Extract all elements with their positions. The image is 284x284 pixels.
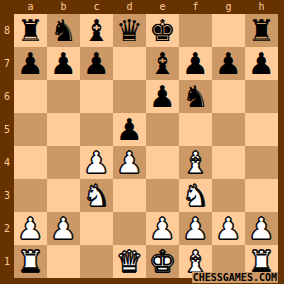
square-h3[interactable] bbox=[245, 179, 278, 212]
square-c1[interactable] bbox=[80, 245, 113, 278]
piece-white-pawn: ♟ bbox=[149, 212, 176, 245]
square-e2[interactable]: ♟ bbox=[146, 212, 179, 245]
piece-black-knight: ♞ bbox=[50, 14, 77, 47]
file-label-d: d bbox=[113, 0, 146, 14]
file-label-h: h bbox=[245, 0, 278, 14]
rank-label-2: 2 bbox=[0, 212, 14, 245]
piece-white-pawn: ♟ bbox=[116, 146, 143, 179]
file-label-c: c bbox=[80, 0, 113, 14]
piece-black-pawn: ♟ bbox=[116, 113, 143, 146]
square-c6[interactable] bbox=[80, 80, 113, 113]
square-c2[interactable] bbox=[80, 212, 113, 245]
piece-black-pawn: ♟ bbox=[248, 47, 275, 80]
square-b5[interactable] bbox=[47, 113, 80, 146]
file-label-a: a bbox=[14, 0, 47, 14]
square-a6[interactable] bbox=[14, 80, 47, 113]
piece-black-pawn: ♟ bbox=[17, 47, 44, 80]
file-label-b: b bbox=[47, 0, 80, 14]
piece-black-pawn: ♟ bbox=[182, 47, 209, 80]
square-e8[interactable]: ♚ bbox=[146, 14, 179, 47]
piece-white-knight: ♞ bbox=[182, 179, 209, 212]
piece-white-pawn: ♟ bbox=[17, 212, 44, 245]
piece-black-rook: ♜ bbox=[17, 14, 44, 47]
square-g5[interactable] bbox=[212, 113, 245, 146]
piece-black-bishop: ♝ bbox=[149, 47, 176, 80]
piece-white-pawn: ♟ bbox=[248, 212, 275, 245]
piece-white-bishop: ♝ bbox=[182, 146, 209, 179]
square-b3[interactable] bbox=[47, 179, 80, 212]
piece-black-knight: ♞ bbox=[182, 80, 209, 113]
chessgames-watermark: CHESSGAMES.COM bbox=[192, 272, 278, 283]
square-h5[interactable] bbox=[245, 113, 278, 146]
square-d1[interactable]: ♛ bbox=[113, 245, 146, 278]
piece-white-pawn: ♟ bbox=[182, 212, 209, 245]
square-e5[interactable] bbox=[146, 113, 179, 146]
square-g6[interactable] bbox=[212, 80, 245, 113]
file-label-f: f bbox=[179, 0, 212, 14]
chess-board: ♜♞♝♛♚♜♟♟♟♝♟♟♟♟♞♟♟♟♝♞♞♟♟♟♟♟♟♜♛♚♝♜ bbox=[14, 14, 278, 278]
square-f8[interactable] bbox=[179, 14, 212, 47]
square-c7[interactable]: ♟ bbox=[80, 47, 113, 80]
piece-white-pawn: ♟ bbox=[50, 212, 77, 245]
square-f6[interactable]: ♞ bbox=[179, 80, 212, 113]
square-a2[interactable]: ♟ bbox=[14, 212, 47, 245]
square-f4[interactable]: ♝ bbox=[179, 146, 212, 179]
square-h8[interactable]: ♜ bbox=[245, 14, 278, 47]
square-b7[interactable]: ♟ bbox=[47, 47, 80, 80]
piece-black-bishop: ♝ bbox=[83, 14, 110, 47]
rank-label-4: 4 bbox=[0, 146, 14, 179]
rank-label-5: 5 bbox=[0, 113, 14, 146]
rank-label-7: 7 bbox=[0, 47, 14, 80]
square-a8[interactable]: ♜ bbox=[14, 14, 47, 47]
square-b6[interactable] bbox=[47, 80, 80, 113]
piece-white-queen: ♛ bbox=[116, 245, 143, 278]
square-b4[interactable] bbox=[47, 146, 80, 179]
square-c4[interactable]: ♟ bbox=[80, 146, 113, 179]
square-d6[interactable] bbox=[113, 80, 146, 113]
square-d3[interactable] bbox=[113, 179, 146, 212]
piece-black-pawn: ♟ bbox=[50, 47, 77, 80]
square-d7[interactable] bbox=[113, 47, 146, 80]
piece-white-knight: ♞ bbox=[83, 179, 110, 212]
file-label-e: e bbox=[146, 0, 179, 14]
rank-label-3: 3 bbox=[0, 179, 14, 212]
square-c5[interactable] bbox=[80, 113, 113, 146]
square-e1[interactable]: ♚ bbox=[146, 245, 179, 278]
square-a1[interactable]: ♜ bbox=[14, 245, 47, 278]
piece-black-rook: ♜ bbox=[248, 14, 275, 47]
piece-black-king: ♚ bbox=[149, 14, 176, 47]
rank-label-1: 1 bbox=[0, 245, 14, 278]
square-a4[interactable] bbox=[14, 146, 47, 179]
piece-white-pawn: ♟ bbox=[83, 146, 110, 179]
square-d5[interactable]: ♟ bbox=[113, 113, 146, 146]
square-f3[interactable]: ♞ bbox=[179, 179, 212, 212]
square-g7[interactable]: ♟ bbox=[212, 47, 245, 80]
square-b2[interactable]: ♟ bbox=[47, 212, 80, 245]
square-h4[interactable] bbox=[245, 146, 278, 179]
square-g4[interactable] bbox=[212, 146, 245, 179]
square-a7[interactable]: ♟ bbox=[14, 47, 47, 80]
square-d8[interactable]: ♛ bbox=[113, 14, 146, 47]
piece-black-pawn: ♟ bbox=[149, 80, 176, 113]
piece-black-queen: ♛ bbox=[116, 14, 143, 47]
square-e7[interactable]: ♝ bbox=[146, 47, 179, 80]
square-h7[interactable]: ♟ bbox=[245, 47, 278, 80]
piece-white-pawn: ♟ bbox=[215, 212, 242, 245]
rank-label-8: 8 bbox=[0, 14, 14, 47]
square-d4[interactable]: ♟ bbox=[113, 146, 146, 179]
square-a3[interactable] bbox=[14, 179, 47, 212]
piece-black-pawn: ♟ bbox=[83, 47, 110, 80]
square-g3[interactable] bbox=[212, 179, 245, 212]
square-f5[interactable] bbox=[179, 113, 212, 146]
file-label-g: g bbox=[212, 0, 245, 14]
square-h6[interactable] bbox=[245, 80, 278, 113]
chess-frame: ♜♞♝♛♚♜♟♟♟♝♟♟♟♟♞♟♟♟♝♞♞♟♟♟♟♟♟♜♛♚♝♜ CHESSGA… bbox=[0, 0, 284, 284]
square-g8[interactable] bbox=[212, 14, 245, 47]
square-b8[interactable]: ♞ bbox=[47, 14, 80, 47]
square-g2[interactable]: ♟ bbox=[212, 212, 245, 245]
square-d2[interactable] bbox=[113, 212, 146, 245]
square-c8[interactable]: ♝ bbox=[80, 14, 113, 47]
piece-white-king: ♚ bbox=[149, 245, 176, 278]
piece-white-rook: ♜ bbox=[17, 245, 44, 278]
piece-black-pawn: ♟ bbox=[215, 47, 242, 80]
square-b1[interactable] bbox=[47, 245, 80, 278]
square-a5[interactable] bbox=[14, 113, 47, 146]
square-e3[interactable] bbox=[146, 179, 179, 212]
rank-label-6: 6 bbox=[0, 80, 14, 113]
square-f7[interactable]: ♟ bbox=[179, 47, 212, 80]
square-e6[interactable]: ♟ bbox=[146, 80, 179, 113]
square-c3[interactable]: ♞ bbox=[80, 179, 113, 212]
square-e4[interactable] bbox=[146, 146, 179, 179]
square-f2[interactable]: ♟ bbox=[179, 212, 212, 245]
square-h2[interactable]: ♟ bbox=[245, 212, 278, 245]
